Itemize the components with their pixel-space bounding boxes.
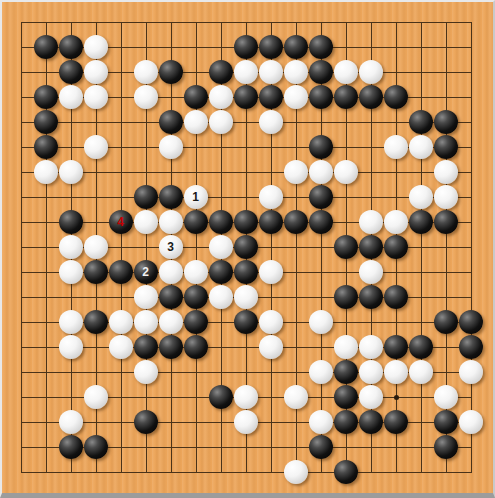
white-stone[interactable] [334, 335, 358, 359]
white-stone[interactable] [259, 260, 283, 284]
white-stone[interactable] [259, 310, 283, 334]
white-stone[interactable] [359, 60, 383, 84]
black-stone[interactable] [359, 85, 383, 109]
white-stone[interactable] [209, 285, 233, 309]
white-stone[interactable] [84, 235, 108, 259]
white-stone[interactable]: 1 [184, 185, 208, 209]
black-stone[interactable] [234, 35, 258, 59]
white-stone[interactable] [134, 60, 158, 84]
move-number-label: 1 [192, 191, 199, 203]
move-number-label: 2 [142, 266, 149, 278]
white-stone[interactable] [209, 110, 233, 134]
move-number-label: 4 [117, 216, 124, 228]
white-stone[interactable] [84, 135, 108, 159]
black-stone[interactable] [159, 185, 183, 209]
white-stone[interactable] [134, 360, 158, 384]
black-stone[interactable] [134, 410, 158, 434]
grid-line-vertical [421, 22, 422, 473]
black-stone[interactable] [384, 285, 408, 309]
white-stone[interactable] [209, 235, 233, 259]
black-stone[interactable] [309, 85, 333, 109]
black-stone[interactable] [159, 110, 183, 134]
black-stone[interactable] [134, 335, 158, 359]
white-stone[interactable] [59, 410, 83, 434]
black-stone[interactable] [184, 310, 208, 334]
white-stone[interactable] [234, 285, 258, 309]
black-stone[interactable] [184, 335, 208, 359]
white-stone[interactable] [84, 35, 108, 59]
black-stone[interactable] [434, 110, 458, 134]
grid-line-horizontal [21, 472, 472, 473]
white-stone[interactable] [259, 335, 283, 359]
black-stone[interactable] [434, 435, 458, 459]
white-stone[interactable] [159, 310, 183, 334]
black-stone[interactable] [459, 335, 483, 359]
black-stone[interactable] [359, 410, 383, 434]
move-number-label: 3 [167, 241, 174, 253]
black-stone[interactable] [334, 85, 358, 109]
white-stone[interactable] [84, 385, 108, 409]
black-stone[interactable] [284, 35, 308, 59]
black-stone[interactable] [434, 210, 458, 234]
white-stone[interactable] [409, 360, 433, 384]
white-stone[interactable] [59, 335, 83, 359]
white-stone[interactable] [434, 185, 458, 209]
black-stone[interactable] [434, 410, 458, 434]
white-stone[interactable] [59, 85, 83, 109]
black-stone[interactable] [34, 35, 58, 59]
black-stone[interactable] [409, 335, 433, 359]
black-stone[interactable] [259, 35, 283, 59]
white-stone[interactable] [359, 360, 383, 384]
black-stone[interactable] [434, 310, 458, 334]
white-stone[interactable] [209, 85, 233, 109]
white-stone[interactable] [434, 160, 458, 184]
white-stone[interactable] [309, 160, 333, 184]
black-stone[interactable] [334, 385, 358, 409]
black-stone[interactable] [234, 210, 258, 234]
white-stone[interactable] [334, 160, 358, 184]
white-stone[interactable] [434, 385, 458, 409]
white-stone[interactable] [359, 210, 383, 234]
black-stone[interactable] [259, 210, 283, 234]
white-stone[interactable] [159, 210, 183, 234]
black-stone[interactable] [34, 110, 58, 134]
white-stone[interactable] [134, 310, 158, 334]
white-stone[interactable] [84, 85, 108, 109]
white-stone[interactable] [309, 310, 333, 334]
black-stone[interactable] [59, 210, 83, 234]
black-stone[interactable] [359, 235, 383, 259]
black-stone[interactable] [209, 260, 233, 284]
white-stone[interactable] [459, 360, 483, 384]
black-stone[interactable] [159, 285, 183, 309]
white-stone[interactable] [409, 135, 433, 159]
black-stone[interactable] [234, 310, 258, 334]
white-stone[interactable] [84, 60, 108, 84]
black-stone[interactable] [234, 235, 258, 259]
star-point [394, 395, 399, 400]
black-stone[interactable] [384, 335, 408, 359]
black-stone[interactable] [134, 185, 158, 209]
white-stone[interactable] [284, 460, 308, 484]
black-stone[interactable] [234, 260, 258, 284]
white-stone[interactable] [334, 60, 358, 84]
white-stone[interactable] [134, 285, 158, 309]
black-stone[interactable] [384, 235, 408, 259]
black-stone[interactable] [59, 60, 83, 84]
black-stone[interactable] [84, 310, 108, 334]
black-stone[interactable]: 4 [109, 210, 133, 234]
black-stone[interactable] [84, 260, 108, 284]
white-stone[interactable] [284, 85, 308, 109]
white-stone[interactable] [309, 410, 333, 434]
white-stone[interactable] [134, 210, 158, 234]
black-stone[interactable] [159, 60, 183, 84]
white-stone[interactable] [409, 185, 433, 209]
white-stone[interactable] [259, 185, 283, 209]
white-stone[interactable] [159, 260, 183, 284]
black-stone[interactable] [159, 335, 183, 359]
black-stone[interactable] [334, 235, 358, 259]
black-stone[interactable] [184, 285, 208, 309]
black-stone[interactable] [409, 110, 433, 134]
white-stone[interactable] [234, 410, 258, 434]
white-stone[interactable] [184, 260, 208, 284]
black-stone[interactable] [409, 210, 433, 234]
white-stone[interactable] [59, 310, 83, 334]
black-stone[interactable] [334, 360, 358, 384]
black-stone[interactable] [334, 460, 358, 484]
white-stone[interactable] [234, 60, 258, 84]
black-stone[interactable] [309, 60, 333, 84]
white-stone[interactable] [184, 110, 208, 134]
white-stone[interactable] [259, 60, 283, 84]
black-stone[interactable]: 2 [134, 260, 158, 284]
black-stone[interactable] [309, 210, 333, 234]
black-stone[interactable] [209, 385, 233, 409]
white-stone[interactable] [384, 360, 408, 384]
white-stone[interactable]: 3 [159, 235, 183, 259]
black-stone[interactable] [359, 285, 383, 309]
white-stone[interactable] [159, 135, 183, 159]
white-stone[interactable] [284, 385, 308, 409]
white-stone[interactable] [284, 160, 308, 184]
white-stone[interactable] [384, 210, 408, 234]
black-stone[interactable] [284, 210, 308, 234]
black-stone[interactable] [459, 310, 483, 334]
black-stone[interactable] [259, 85, 283, 109]
black-stone[interactable] [309, 135, 333, 159]
black-stone[interactable] [109, 260, 133, 284]
white-stone[interactable] [59, 160, 83, 184]
black-stone[interactable] [234, 85, 258, 109]
black-stone[interactable] [184, 210, 208, 234]
white-stone[interactable] [384, 135, 408, 159]
white-stone[interactable] [309, 360, 333, 384]
black-stone[interactable] [59, 435, 83, 459]
white-stone[interactable] [359, 260, 383, 284]
black-stone[interactable] [34, 135, 58, 159]
black-stone[interactable] [309, 435, 333, 459]
black-stone[interactable] [334, 285, 358, 309]
white-stone[interactable] [59, 235, 83, 259]
black-stone[interactable] [334, 410, 358, 434]
black-stone[interactable] [309, 35, 333, 59]
white-stone[interactable] [234, 385, 258, 409]
black-stone[interactable] [59, 35, 83, 59]
black-stone[interactable] [209, 210, 233, 234]
black-stone[interactable] [384, 410, 408, 434]
black-stone[interactable] [434, 135, 458, 159]
white-stone[interactable] [109, 335, 133, 359]
black-stone[interactable] [309, 185, 333, 209]
black-stone[interactable] [34, 85, 58, 109]
go-board[interactable]: 1432 [0, 0, 495, 498]
white-stone[interactable] [109, 310, 133, 334]
black-stone[interactable] [209, 60, 233, 84]
black-stone[interactable] [184, 85, 208, 109]
black-stone[interactable] [84, 435, 108, 459]
white-stone[interactable] [459, 410, 483, 434]
white-stone[interactable] [134, 85, 158, 109]
grid-line-vertical [471, 22, 472, 473]
white-stone[interactable] [284, 60, 308, 84]
black-stone[interactable] [384, 85, 408, 109]
white-stone[interactable] [359, 385, 383, 409]
white-stone[interactable] [259, 110, 283, 134]
white-stone[interactable] [359, 335, 383, 359]
white-stone[interactable] [34, 160, 58, 184]
white-stone[interactable] [59, 260, 83, 284]
